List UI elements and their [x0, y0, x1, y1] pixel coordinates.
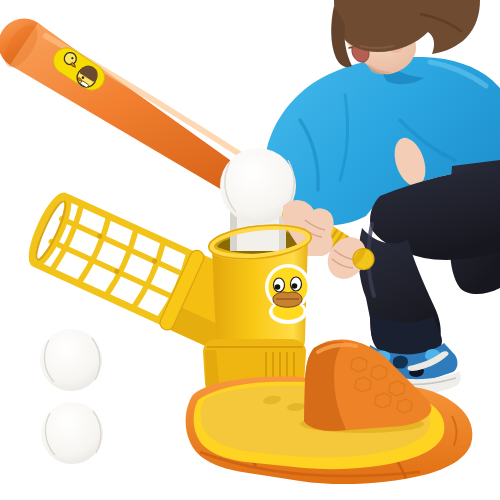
product-photo: [0, 0, 500, 500]
sneaker-camo-patch-2: [393, 356, 408, 369]
duck-logo: [265, 264, 311, 324]
toy-scene-illustration: [0, 0, 500, 500]
duck-beak: [273, 292, 302, 307]
child-hair: [334, 0, 480, 54]
mesh-open-end-ring: [26, 192, 75, 268]
floor-ball-1: [40, 329, 102, 391]
floor-ball-2: [41, 402, 103, 464]
